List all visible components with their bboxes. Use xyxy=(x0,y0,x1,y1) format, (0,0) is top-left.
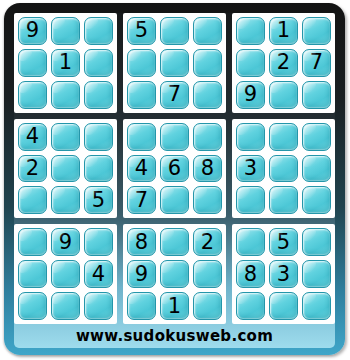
cell-r7c9[interactable] xyxy=(302,228,331,256)
cell-r4c5[interactable] xyxy=(160,123,189,151)
cell-r3c4[interactable] xyxy=(127,81,156,109)
cell-r1c5[interactable] xyxy=(160,17,189,45)
cell-r2c1[interactable] xyxy=(18,49,47,77)
cell-r7c7[interactable] xyxy=(236,228,265,256)
cell-r8c7[interactable]: 8 xyxy=(236,260,265,288)
cell-r4c9[interactable] xyxy=(302,123,331,151)
cell-r3c1[interactable] xyxy=(18,81,47,109)
cell-r5c1[interactable]: 2 xyxy=(18,155,47,183)
board-frame: 9157127942546873948291583 www.sudokusweb… xyxy=(4,3,345,355)
cell-r6c8[interactable] xyxy=(269,186,298,214)
board-background: 9157127942546873948291583 www.sudokusweb… xyxy=(14,13,335,348)
box-2-3: 3 xyxy=(232,119,335,219)
cell-r9c6[interactable] xyxy=(193,292,222,320)
cell-r1c6[interactable] xyxy=(193,17,222,45)
box-1-2: 57 xyxy=(123,13,226,113)
cell-r9c9[interactable] xyxy=(302,292,331,320)
cell-r1c8[interactable]: 1 xyxy=(269,17,298,45)
cell-r1c7[interactable] xyxy=(236,17,265,45)
cell-r1c3[interactable] xyxy=(84,17,113,45)
cell-r7c4[interactable]: 8 xyxy=(127,228,156,256)
cell-r7c5[interactable] xyxy=(160,228,189,256)
cell-r2c7[interactable] xyxy=(236,49,265,77)
cell-r3c2[interactable] xyxy=(51,81,80,109)
cell-r1c2[interactable] xyxy=(51,17,80,45)
cell-r5c9[interactable] xyxy=(302,155,331,183)
cell-r4c2[interactable] xyxy=(51,123,80,151)
cell-r1c1[interactable]: 9 xyxy=(18,17,47,45)
cell-r8c4[interactable]: 9 xyxy=(127,260,156,288)
cell-r5c3[interactable] xyxy=(84,155,113,183)
cell-r1c9[interactable] xyxy=(302,17,331,45)
cell-r6c7[interactable] xyxy=(236,186,265,214)
cell-r6c2[interactable] xyxy=(51,186,80,214)
cell-r2c9[interactable]: 7 xyxy=(302,49,331,77)
cell-r9c4[interactable] xyxy=(127,292,156,320)
cell-r2c3[interactable] xyxy=(84,49,113,77)
cell-r7c3[interactable] xyxy=(84,228,113,256)
cell-r8c1[interactable] xyxy=(18,260,47,288)
cell-r9c3[interactable] xyxy=(84,292,113,320)
cell-r3c7[interactable]: 9 xyxy=(236,81,265,109)
cell-r7c8[interactable]: 5 xyxy=(269,228,298,256)
cell-r8c6[interactable] xyxy=(193,260,222,288)
cell-r5c6[interactable]: 8 xyxy=(193,155,222,183)
site-url[interactable]: www.sudokusweb.com xyxy=(14,324,335,348)
cell-r8c8[interactable]: 3 xyxy=(269,260,298,288)
cell-r4c8[interactable] xyxy=(269,123,298,151)
cell-r9c5[interactable]: 1 xyxy=(160,292,189,320)
cell-r2c4[interactable] xyxy=(127,49,156,77)
cell-r3c5[interactable]: 7 xyxy=(160,81,189,109)
cell-r8c3[interactable]: 4 xyxy=(84,260,113,288)
cell-r9c8[interactable] xyxy=(269,292,298,320)
cell-r2c6[interactable] xyxy=(193,49,222,77)
sudoku-board: 9157127942546873948291583 xyxy=(14,13,335,324)
cell-r6c9[interactable] xyxy=(302,186,331,214)
cell-r2c2[interactable]: 1 xyxy=(51,49,80,77)
cell-r4c1[interactable]: 4 xyxy=(18,123,47,151)
box-2-1: 425 xyxy=(14,119,117,219)
cell-r9c7[interactable] xyxy=(236,292,265,320)
cell-r4c7[interactable] xyxy=(236,123,265,151)
cell-r6c3[interactable]: 5 xyxy=(84,186,113,214)
cell-r9c1[interactable] xyxy=(18,292,47,320)
box-1-1: 91 xyxy=(14,13,117,113)
cell-r6c5[interactable] xyxy=(160,186,189,214)
cell-r5c4[interactable]: 4 xyxy=(127,155,156,183)
cell-r8c9[interactable] xyxy=(302,260,331,288)
cell-r3c9[interactable] xyxy=(302,81,331,109)
cell-r5c5[interactable]: 6 xyxy=(160,155,189,183)
cell-r1c4[interactable]: 5 xyxy=(127,17,156,45)
cell-r5c2[interactable] xyxy=(51,155,80,183)
cell-r4c4[interactable] xyxy=(127,123,156,151)
box-2-2: 4687 xyxy=(123,119,226,219)
cell-r6c6[interactable] xyxy=(193,186,222,214)
box-3-3: 583 xyxy=(232,224,335,324)
cell-r4c3[interactable] xyxy=(84,123,113,151)
box-3-2: 8291 xyxy=(123,224,226,324)
cell-r5c7[interactable]: 3 xyxy=(236,155,265,183)
cell-r6c4[interactable]: 7 xyxy=(127,186,156,214)
box-3-1: 94 xyxy=(14,224,117,324)
cell-r7c1[interactable] xyxy=(18,228,47,256)
cell-r7c6[interactable]: 2 xyxy=(193,228,222,256)
box-1-3: 1279 xyxy=(232,13,335,113)
cell-r7c2[interactable]: 9 xyxy=(51,228,80,256)
cell-r3c8[interactable] xyxy=(269,81,298,109)
cell-r5c8[interactable] xyxy=(269,155,298,183)
cell-r9c2[interactable] xyxy=(51,292,80,320)
cell-r6c1[interactable] xyxy=(18,186,47,214)
cell-r2c8[interactable]: 2 xyxy=(269,49,298,77)
cell-r2c5[interactable] xyxy=(160,49,189,77)
cell-r4c6[interactable] xyxy=(193,123,222,151)
cell-r8c2[interactable] xyxy=(51,260,80,288)
cell-r8c5[interactable] xyxy=(160,260,189,288)
cell-r3c6[interactable] xyxy=(193,81,222,109)
cell-r3c3[interactable] xyxy=(84,81,113,109)
